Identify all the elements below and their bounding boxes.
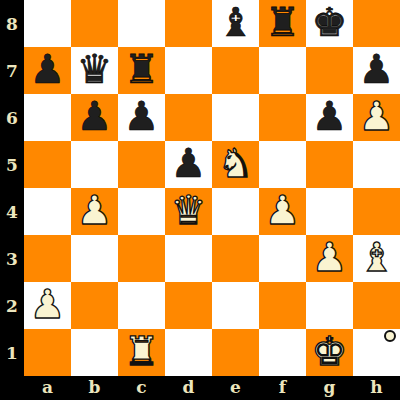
square-a3[interactable] (24, 235, 71, 282)
square-d8[interactable] (165, 0, 212, 47)
square-a2[interactable]: ♟ (24, 282, 71, 329)
square-g3[interactable]: ♟ (306, 235, 353, 282)
square-c2[interactable] (118, 282, 165, 329)
square-b3[interactable] (71, 235, 118, 282)
black-king-g8: ♚ (312, 0, 348, 46)
square-c7[interactable]: ♜ (118, 47, 165, 94)
square-d6[interactable] (165, 94, 212, 141)
white-pawn-a2: ♟ (30, 281, 66, 328)
square-e5[interactable]: ♞ (212, 141, 259, 188)
file-label-b: b (71, 376, 118, 400)
square-h4[interactable] (353, 188, 400, 235)
square-h2[interactable] (353, 282, 400, 329)
white-queen-d4: ♛ (171, 187, 207, 234)
file-label-e: e (212, 376, 259, 400)
square-b7[interactable]: ♛ (71, 47, 118, 94)
white-rook-c1: ♜ (124, 328, 160, 375)
black-pawn-h7: ♟ (359, 46, 395, 93)
square-f6[interactable] (259, 94, 306, 141)
square-h8[interactable] (353, 0, 400, 47)
square-d2[interactable] (165, 282, 212, 329)
square-h6[interactable]: ♟ (353, 94, 400, 141)
black-pawn-c6: ♟ (124, 93, 160, 140)
square-h5[interactable] (353, 141, 400, 188)
square-g2[interactable] (306, 282, 353, 329)
square-a7[interactable]: ♟ (24, 47, 71, 94)
square-b2[interactable] (71, 282, 118, 329)
square-c5[interactable] (118, 141, 165, 188)
square-h7[interactable]: ♟ (353, 47, 400, 94)
white-king-g1: ♚ (312, 328, 348, 375)
square-f5[interactable] (259, 141, 306, 188)
square-e6[interactable] (212, 94, 259, 141)
square-d7[interactable] (165, 47, 212, 94)
square-e3[interactable] (212, 235, 259, 282)
square-f7[interactable] (259, 47, 306, 94)
square-d5[interactable]: ♟ (165, 141, 212, 188)
square-c1[interactable]: ♜ (118, 329, 165, 376)
square-f8[interactable]: ♜ (259, 0, 306, 47)
white-bishop-h3: ♝ (359, 234, 395, 281)
square-e2[interactable] (212, 282, 259, 329)
rank-labels: 87654321 (0, 0, 24, 376)
chess-board: ♝♜♚♟♛♜♟♟♟♟♟♟♞♟♛♟♟♝♟♜♚ (24, 0, 400, 376)
white-pawn-h6: ♟ (359, 93, 395, 140)
square-f3[interactable] (259, 235, 306, 282)
square-a6[interactable] (24, 94, 71, 141)
file-label-g: g (306, 376, 353, 400)
square-e1[interactable] (212, 329, 259, 376)
square-d1[interactable] (165, 329, 212, 376)
square-c4[interactable] (118, 188, 165, 235)
square-b6[interactable]: ♟ (71, 94, 118, 141)
square-b5[interactable] (71, 141, 118, 188)
square-c6[interactable]: ♟ (118, 94, 165, 141)
square-b1[interactable] (71, 329, 118, 376)
square-g7[interactable] (306, 47, 353, 94)
square-a5[interactable] (24, 141, 71, 188)
square-a8[interactable] (24, 0, 71, 47)
file-label-d: d (165, 376, 212, 400)
square-g5[interactable] (306, 141, 353, 188)
chess-board-frame: 87654321 ♝♜♚♟♛♜♟♟♟♟♟♟♞♟♛♟♟♝♟♜♚ abcdefgh (0, 0, 400, 400)
square-e4[interactable] (212, 188, 259, 235)
rank-label-3: 3 (0, 235, 24, 282)
square-f2[interactable] (259, 282, 306, 329)
square-h3[interactable]: ♝ (353, 235, 400, 282)
file-label-h: h (353, 376, 400, 400)
square-g8[interactable]: ♚ (306, 0, 353, 47)
black-bishop-e8: ♝ (218, 0, 254, 46)
white-knight-e5: ♞ (218, 140, 254, 187)
square-g6[interactable]: ♟ (306, 94, 353, 141)
square-b4[interactable]: ♟ (71, 188, 118, 235)
square-e7[interactable] (212, 47, 259, 94)
white-pawn-f4: ♟ (265, 187, 301, 234)
rank-label-8: 8 (0, 0, 24, 47)
black-pawn-b6: ♟ (77, 93, 113, 140)
white-pawn-b4: ♟ (77, 187, 113, 234)
white-to-move-indicator (384, 330, 396, 342)
black-queen-b7: ♛ (77, 46, 113, 93)
square-e8[interactable]: ♝ (212, 0, 259, 47)
square-f4[interactable]: ♟ (259, 188, 306, 235)
black-pawn-d5: ♟ (171, 140, 207, 187)
square-g1[interactable]: ♚ (306, 329, 353, 376)
black-pawn-a7: ♟ (30, 46, 66, 93)
square-d3[interactable] (165, 235, 212, 282)
rank-label-7: 7 (0, 47, 24, 94)
square-b8[interactable] (71, 0, 118, 47)
file-label-a: a (24, 376, 71, 400)
square-d4[interactable]: ♛ (165, 188, 212, 235)
square-f1[interactable] (259, 329, 306, 376)
square-c3[interactable] (118, 235, 165, 282)
black-pawn-g6: ♟ (312, 93, 348, 140)
file-label-c: c (118, 376, 165, 400)
black-rook-f8: ♜ (265, 0, 301, 46)
square-a1[interactable] (24, 329, 71, 376)
rank-label-6: 6 (0, 94, 24, 141)
square-a4[interactable] (24, 188, 71, 235)
black-rook-c7: ♜ (124, 46, 160, 93)
file-labels: abcdefgh (24, 376, 400, 400)
rank-label-2: 2 (0, 282, 24, 329)
white-pawn-g3: ♟ (312, 234, 348, 281)
rank-label-4: 4 (0, 188, 24, 235)
file-label-f: f (259, 376, 306, 400)
square-c8[interactable] (118, 0, 165, 47)
rank-label-1: 1 (0, 329, 24, 376)
rank-label-5: 5 (0, 141, 24, 188)
square-g4[interactable] (306, 188, 353, 235)
